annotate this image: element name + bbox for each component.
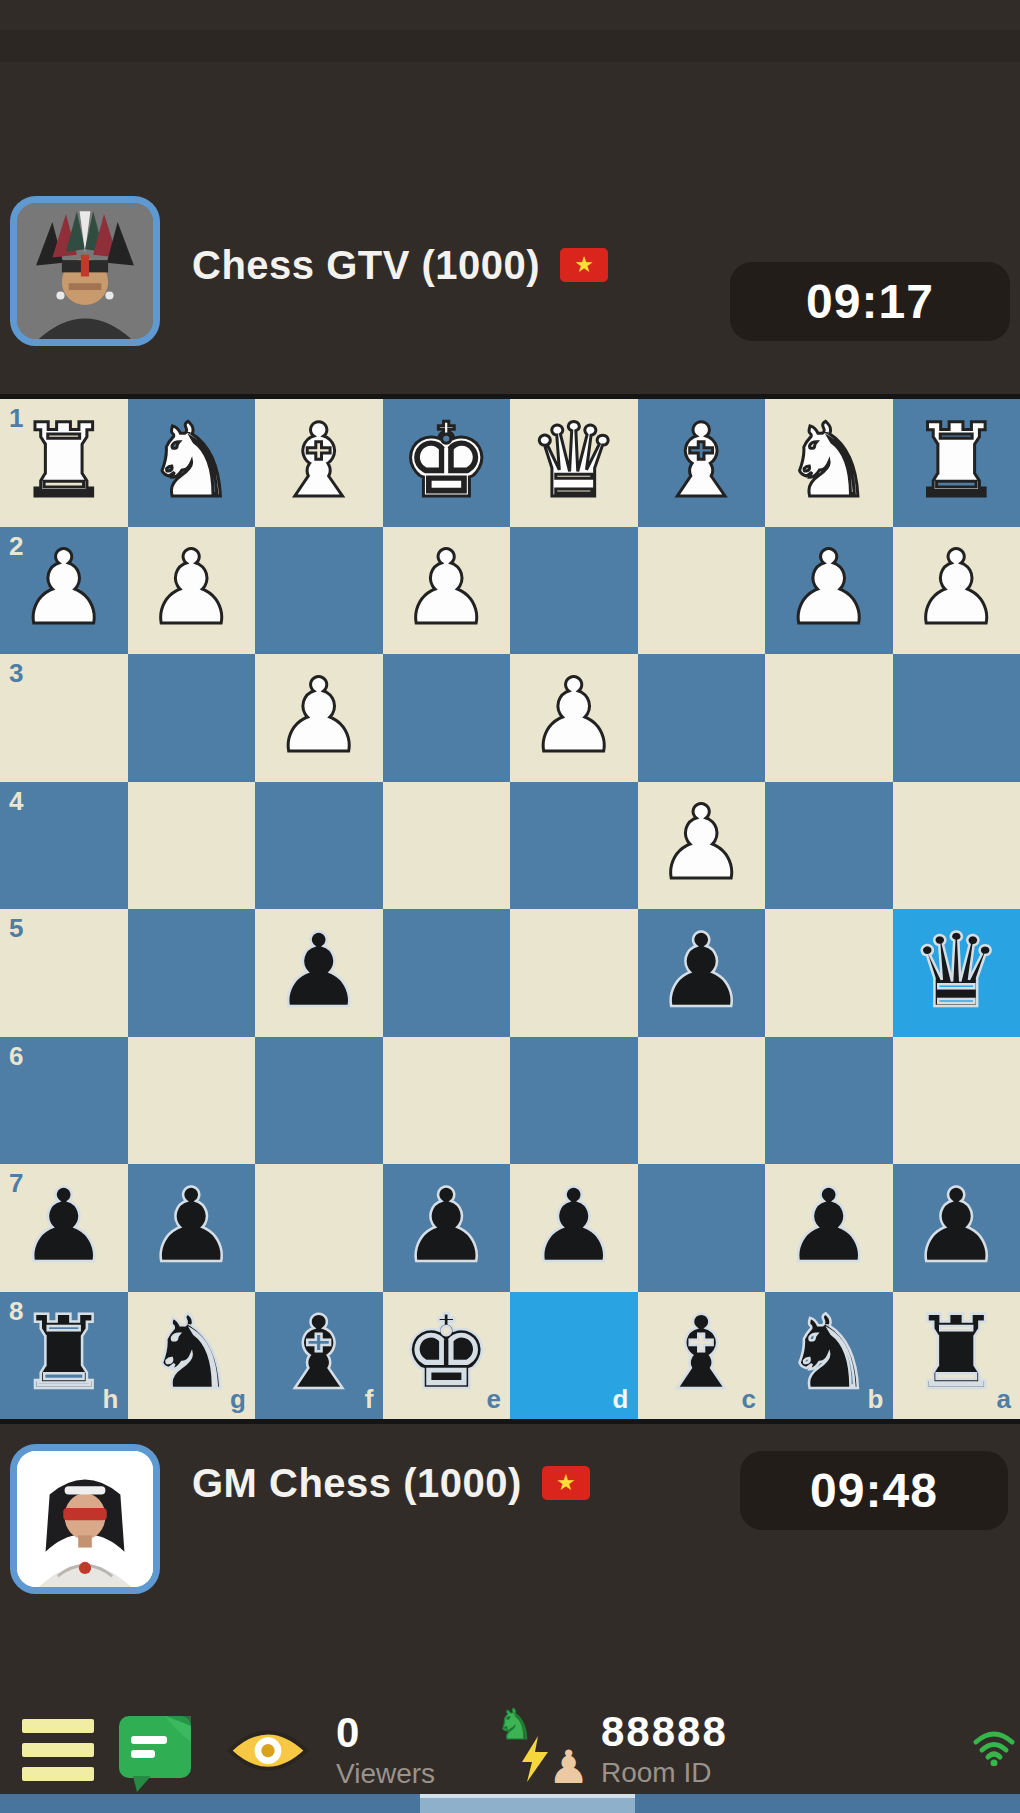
white-pawn: ♟: [273, 665, 364, 767]
bottom-clock-time: 09:48: [810, 1463, 938, 1518]
square-e5[interactable]: [383, 909, 511, 1037]
square-b2[interactable]: ♟: [765, 527, 893, 655]
white-pawn: ♟: [146, 537, 237, 639]
black-bishop: ♝: [656, 1302, 747, 1404]
black-pawn: ♟: [783, 1175, 874, 1277]
file-label-g: g: [230, 1384, 246, 1415]
file-label-d: d: [613, 1384, 629, 1415]
white-pawn: ♟: [401, 537, 492, 639]
square-d2[interactable]: [510, 527, 638, 655]
rank-label-6: 6: [9, 1041, 23, 1072]
square-h7[interactable]: ♟7: [0, 1164, 128, 1292]
white-pawn: ♟: [18, 537, 109, 639]
square-e8[interactable]: ♚e: [383, 1292, 511, 1420]
square-c4[interactable]: ♟: [638, 782, 766, 910]
square-c3[interactable]: [638, 654, 766, 782]
square-f8[interactable]: ♝f: [255, 1292, 383, 1420]
vietnam-flag-icon: ★: [542, 1466, 590, 1500]
square-c7[interactable]: [638, 1164, 766, 1292]
square-e2[interactable]: ♟: [383, 527, 511, 655]
top-player-name: Chess GTV (1000): [192, 243, 540, 288]
file-label-a: a: [997, 1384, 1011, 1415]
black-rook: ♜: [911, 1302, 1002, 1404]
white-pawn: ♟: [783, 537, 874, 639]
square-d8[interactable]: d: [510, 1292, 638, 1420]
top-clock-time: 09:17: [806, 274, 934, 329]
bottom-player-name-row: GM Chess (1000) ★: [192, 1458, 590, 1508]
square-b4[interactable]: [765, 782, 893, 910]
square-c5[interactable]: ♟: [638, 909, 766, 1037]
square-a1[interactable]: ♜: [893, 399, 1020, 527]
bottom-strip-segment: [420, 1794, 635, 1813]
square-g3[interactable]: [128, 654, 256, 782]
black-knight: ♞: [146, 1302, 237, 1404]
square-a2[interactable]: ♟: [893, 527, 1020, 655]
square-e3[interactable]: [383, 654, 511, 782]
menu-icon: [22, 1719, 94, 1733]
black-pawn: ♟: [146, 1175, 237, 1277]
bottom-player-name: GM Chess (1000): [192, 1461, 522, 1506]
square-e6[interactable]: [383, 1037, 511, 1165]
square-g8[interactable]: ♞g: [128, 1292, 256, 1420]
square-g7[interactable]: ♟: [128, 1164, 256, 1292]
room-id-block: 88888 Room ID: [601, 1711, 728, 1787]
square-f2[interactable]: [255, 527, 383, 655]
viewers-button[interactable]: [226, 1722, 310, 1782]
square-e7[interactable]: ♟: [383, 1164, 511, 1292]
white-bishop: ♝: [656, 410, 747, 512]
eye-icon: [226, 1722, 310, 1779]
square-d3[interactable]: ♟: [510, 654, 638, 782]
vietnam-flag-icon: ★: [560, 248, 608, 282]
bottom-player-clock: 09:48: [740, 1451, 1008, 1530]
black-pawn: ♟: [528, 1175, 619, 1277]
tan-pawn-icon: ♟: [548, 1744, 589, 1790]
white-knight: ♞: [783, 410, 874, 512]
square-b8[interactable]: ♞b: [765, 1292, 893, 1420]
square-g4[interactable]: [128, 782, 256, 910]
square-g1[interactable]: ♞: [128, 399, 256, 527]
square-a8[interactable]: ♜a: [893, 1292, 1020, 1420]
chess-board: ♜1♞♝♚♛♝♞♜♟2♟♟♟♟3♟♟4♟5♟♟♛6♟7♟♟♟♟♟♜8h♞g♝f♚…: [0, 394, 1020, 1424]
square-c1[interactable]: ♝: [638, 399, 766, 527]
file-label-b: b: [868, 1384, 884, 1415]
white-pawn: ♟: [528, 665, 619, 767]
wifi-status-icon: [972, 1728, 1016, 1766]
square-g5[interactable]: [128, 909, 256, 1037]
top-avatar-image: [17, 203, 153, 339]
lightning-icon: [520, 1736, 550, 1782]
square-h8[interactable]: ♜8h: [0, 1292, 128, 1420]
rank-label-1: 1: [9, 403, 23, 434]
square-a4[interactable]: [893, 782, 1020, 910]
top-player-avatar[interactable]: [10, 196, 160, 346]
square-g2[interactable]: ♟: [128, 527, 256, 655]
square-e4[interactable]: [383, 782, 511, 910]
bottom-strip: [0, 1794, 1020, 1813]
square-b5[interactable]: [765, 909, 893, 1037]
white-rook: ♜: [18, 410, 109, 512]
square-h2[interactable]: ♟2: [0, 527, 128, 655]
rank-label-4: 4: [9, 786, 23, 817]
file-label-h: h: [103, 1384, 119, 1415]
top-player-clock: 09:17: [730, 262, 1010, 341]
square-a7[interactable]: ♟: [893, 1164, 1020, 1292]
black-knight: ♞: [783, 1302, 874, 1404]
white-queen: ♛: [528, 410, 619, 512]
black-pawn: ♟: [273, 920, 364, 1022]
square-d6[interactable]: [510, 1037, 638, 1165]
black-pawn: ♟: [911, 1175, 1002, 1277]
square-a3[interactable]: [893, 654, 1020, 782]
square-b1[interactable]: ♞: [765, 399, 893, 527]
white-rook: ♜: [911, 410, 1002, 512]
square-d7[interactable]: ♟: [510, 1164, 638, 1292]
square-g6[interactable]: [128, 1037, 256, 1165]
square-h3[interactable]: 3: [0, 654, 128, 782]
square-f7[interactable]: [255, 1164, 383, 1292]
square-d5[interactable]: [510, 909, 638, 1037]
square-c8[interactable]: ♝c: [638, 1292, 766, 1420]
square-e1[interactable]: ♚: [383, 399, 511, 527]
rank-label-7: 7: [9, 1168, 23, 1199]
rank-label-8: 8: [9, 1296, 23, 1327]
white-king: ♚: [401, 410, 492, 512]
viewers-block: 0 Viewers: [336, 1712, 435, 1788]
square-a6[interactable]: [893, 1037, 1020, 1165]
square-h6[interactable]: 6: [0, 1037, 128, 1165]
black-pawn: ♟: [401, 1175, 492, 1277]
viewers-count: 0: [336, 1712, 435, 1754]
rank-label-5: 5: [9, 913, 23, 944]
square-f3[interactable]: ♟: [255, 654, 383, 782]
square-b6[interactable]: [765, 1037, 893, 1165]
flag-star: ★: [556, 1472, 576, 1494]
square-f1[interactable]: ♝: [255, 399, 383, 527]
square-c6[interactable]: [638, 1037, 766, 1165]
chat-button[interactable]: [117, 1712, 193, 1792]
black-pawn: ♟: [18, 1175, 109, 1277]
room-id-label: Room ID: [601, 1759, 728, 1787]
blitz-mode-icon: ♞ ♟: [490, 1704, 590, 1796]
rank-label-3: 3: [9, 658, 23, 689]
square-h5[interactable]: 5: [0, 909, 128, 1037]
black-king: ♚: [401, 1302, 492, 1404]
square-c2[interactable]: [638, 527, 766, 655]
white-pawn: ♟: [656, 792, 747, 894]
white-bishop: ♝: [273, 410, 364, 512]
black-bishop: ♝: [273, 1302, 364, 1404]
square-f6[interactable]: [255, 1037, 383, 1165]
square-f5[interactable]: ♟: [255, 909, 383, 1037]
chat-icon: [117, 1712, 193, 1792]
bottom-avatar-image: [17, 1451, 153, 1587]
flag-star: ★: [574, 254, 594, 276]
square-d1[interactable]: ♛: [510, 399, 638, 527]
black-queen: ♛: [911, 920, 1002, 1022]
file-label-f: f: [365, 1384, 374, 1415]
black-pawn: ♟: [656, 920, 747, 1022]
square-h1[interactable]: ♜1: [0, 399, 128, 527]
bottom-player-avatar[interactable]: [10, 1444, 160, 1594]
white-knight: ♞: [146, 410, 237, 512]
rank-label-2: 2: [9, 531, 23, 562]
file-label-e: e: [487, 1384, 501, 1415]
menu-button[interactable]: [22, 1719, 94, 1781]
square-b7[interactable]: ♟: [765, 1164, 893, 1292]
viewers-label: Viewers: [336, 1760, 435, 1788]
square-b3[interactable]: [765, 654, 893, 782]
white-pawn: ♟: [911, 537, 1002, 639]
square-h4[interactable]: 4: [0, 782, 128, 910]
file-label-c: c: [742, 1384, 756, 1415]
top-player-name-row: Chess GTV (1000) ★: [192, 240, 608, 290]
square-d4[interactable]: [510, 782, 638, 910]
room-id-value: 88888: [601, 1711, 728, 1753]
status-bar-band: [0, 30, 1020, 62]
square-a5[interactable]: ♛: [893, 909, 1020, 1037]
black-rook: ♜: [18, 1302, 109, 1404]
square-f4[interactable]: [255, 782, 383, 910]
